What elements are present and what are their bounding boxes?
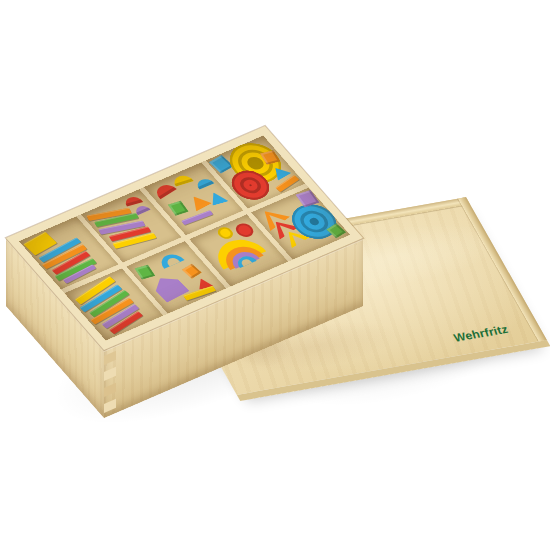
block-strip-yellow <box>183 285 216 300</box>
block-square-orange <box>182 263 202 278</box>
block-disc-red <box>232 221 256 239</box>
block-triangle-orange <box>185 193 211 212</box>
block-square-green <box>167 201 188 216</box>
block-pentagon-purple <box>149 272 190 302</box>
block-semicircle-yellow <box>170 174 193 187</box>
block-arch-blue <box>156 251 184 269</box>
block-semicircle-blue <box>193 177 213 190</box>
block-disc-yellow <box>214 225 235 241</box>
finger-joints <box>104 349 116 418</box>
finger-joint <box>104 351 116 365</box>
finger-joint <box>104 399 116 413</box>
block-semicircle-purple <box>133 204 151 215</box>
block-semicircle-red <box>123 195 144 206</box>
block-semicircle-red <box>152 182 177 200</box>
block-strip-purple <box>181 210 213 225</box>
scene: Wehrfritz <box>0 0 550 550</box>
wooden-box <box>0 0 550 550</box>
block-square-green <box>135 264 156 279</box>
finger-joint <box>104 383 116 397</box>
finger-joint <box>104 367 116 381</box>
